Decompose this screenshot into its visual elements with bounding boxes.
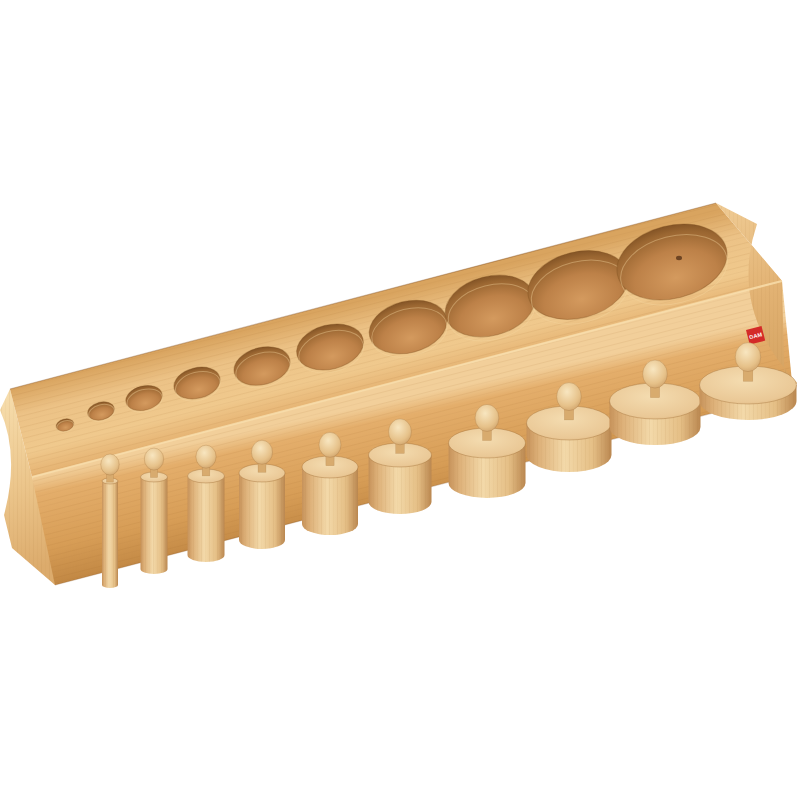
knob-ball bbox=[475, 404, 499, 431]
knob-ball bbox=[144, 448, 163, 470]
knob-ball bbox=[196, 445, 216, 468]
knob-ball bbox=[735, 343, 761, 372]
knob-ball bbox=[557, 383, 582, 411]
cylinder-body-grain bbox=[188, 476, 225, 562]
scene-svg: GAM bbox=[0, 0, 800, 800]
cylinder-body-grain bbox=[102, 481, 118, 588]
drill-mark-dot bbox=[676, 256, 682, 261]
cylinder-body-grain bbox=[141, 477, 168, 574]
knob-ball bbox=[319, 432, 341, 457]
knob-ball bbox=[101, 454, 119, 475]
knob-ball bbox=[643, 360, 668, 388]
cylinder-body-grain bbox=[239, 473, 285, 549]
product-photo: GAM bbox=[0, 0, 800, 800]
knob-ball bbox=[389, 419, 412, 445]
knob-ball bbox=[251, 440, 272, 464]
